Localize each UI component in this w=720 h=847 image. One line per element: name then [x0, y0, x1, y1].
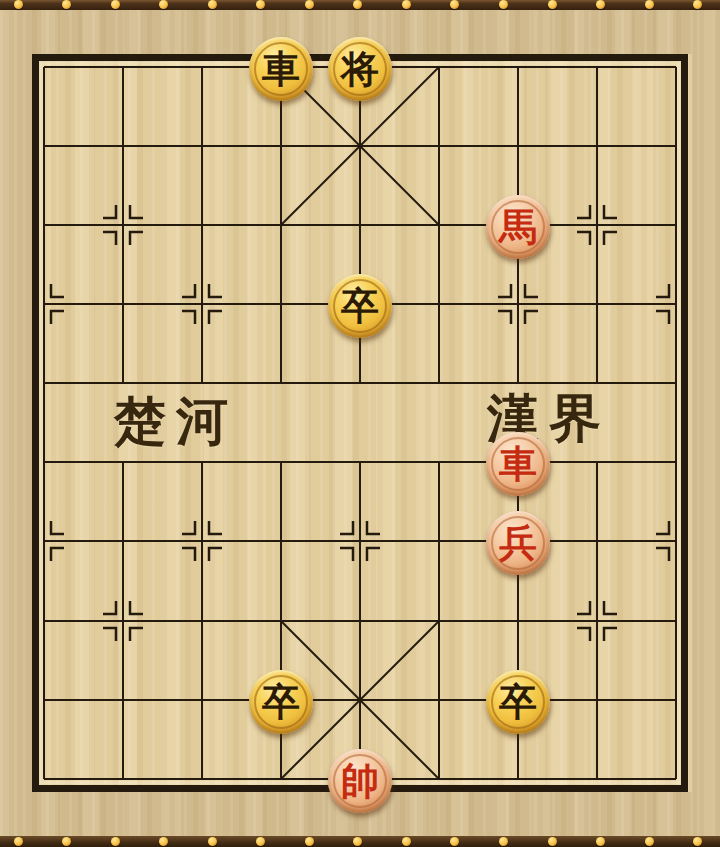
piece-red-chariot[interactable]: 車: [486, 432, 550, 496]
stud-icon: [645, 0, 654, 9]
top-stud-strip: [0, 0, 720, 10]
stud-icon: [548, 837, 557, 846]
stud-icon: [14, 837, 23, 846]
piece-black-soldier[interactable]: 卒: [249, 670, 313, 734]
stud-icon: [693, 0, 702, 9]
stud-icon: [450, 837, 459, 846]
stud-icon: [111, 837, 120, 846]
xiangqi-game-screen: 楚河 漢界 車将馬卒車兵卒卒帥: [0, 0, 720, 847]
stud-icon: [353, 0, 362, 9]
xiangqi-board[interactable]: 車将馬卒車兵卒卒帥: [0, 0, 720, 847]
piece-black-chariot[interactable]: 車: [249, 37, 313, 101]
stud-icon: [596, 837, 605, 846]
stud-icon: [208, 0, 217, 9]
stud-icon: [548, 0, 557, 9]
stud-icon: [159, 837, 168, 846]
stud-icon: [499, 0, 508, 9]
stud-icon: [645, 837, 654, 846]
bottom-stud-strip: [0, 836, 720, 847]
piece-black-soldier[interactable]: 卒: [486, 670, 550, 734]
stud-icon: [256, 837, 265, 846]
piece-red-horse[interactable]: 馬: [486, 195, 550, 259]
stud-icon: [62, 837, 71, 846]
stud-icon: [256, 0, 265, 9]
stud-icon: [402, 0, 411, 9]
stud-icon: [111, 0, 120, 9]
stud-icon: [208, 837, 217, 846]
stud-icon: [14, 0, 23, 9]
stud-icon: [402, 837, 411, 846]
stud-icon: [305, 0, 314, 9]
stud-icon: [159, 0, 168, 9]
stud-icon: [596, 0, 605, 9]
stud-icon: [450, 0, 459, 9]
piece-red-soldier[interactable]: 兵: [486, 511, 550, 575]
stud-icon: [62, 0, 71, 9]
stud-icon: [305, 837, 314, 846]
piece-black-general[interactable]: 将: [328, 37, 392, 101]
piece-black-soldier[interactable]: 卒: [328, 274, 392, 338]
stud-icon: [353, 837, 362, 846]
piece-red-general[interactable]: 帥: [328, 749, 392, 813]
stud-icon: [693, 837, 702, 846]
stud-icon: [499, 837, 508, 846]
